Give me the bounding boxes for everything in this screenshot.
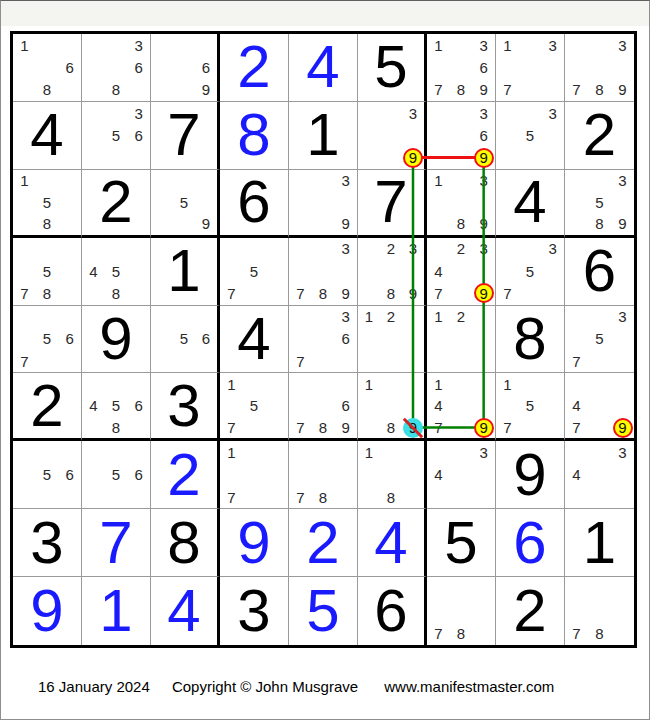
candidate-slot — [565, 170, 588, 192]
footer-website: www.manifestmaster.com — [384, 678, 554, 695]
candidate-slot — [127, 486, 150, 508]
candidate-slot — [402, 260, 424, 282]
candidate-slot — [358, 395, 380, 417]
cell-r9c7[interactable]: 78 — [427, 577, 496, 645]
cell-r8c5[interactable]: 2 — [289, 509, 358, 577]
candidate-slot — [402, 373, 424, 395]
cell-r9c2[interactable]: 1 — [82, 577, 151, 645]
candidate-slot: 8 — [105, 417, 128, 439]
cell-r3c4[interactable]: 6 — [220, 170, 289, 238]
candidate-slot: 2 — [450, 306, 473, 328]
candidate-slot — [450, 56, 473, 78]
candidate-slot: 7 — [220, 417, 243, 439]
candidate-slot — [588, 464, 611, 486]
cell-r5c8[interactable]: 8 — [496, 306, 565, 374]
candidate-slot — [82, 373, 105, 395]
candidate-slot — [312, 373, 335, 395]
candidate-slot: 5 — [588, 328, 611, 350]
candidate-slot — [151, 306, 173, 328]
candidate-slot — [173, 34, 195, 56]
given-digit: 4 — [30, 105, 63, 165]
cell-r9c5[interactable]: 5 — [289, 577, 358, 645]
candidate-slot — [380, 124, 402, 146]
candidate-slot — [450, 464, 473, 486]
candidate-slot: 5 — [173, 328, 195, 350]
candidate-slot — [151, 34, 173, 56]
cell-r8c8[interactable]: 6 — [496, 509, 565, 577]
candidate-slot: 7 — [13, 350, 36, 372]
cell-r4c7[interactable]: 23479 — [427, 238, 496, 306]
cell-r9c3[interactable]: 4 — [151, 577, 220, 645]
candidate-slot: 2 — [380, 306, 402, 328]
candidate-slot: 8 — [450, 622, 473, 645]
sudoku-board: 1683686924513678913737894356781393693521… — [10, 31, 637, 648]
cell-r7c9[interactable]: 34 — [565, 441, 634, 509]
given-digit: 6 — [374, 581, 407, 641]
candidate-slot — [312, 238, 335, 260]
candidate-slot — [312, 213, 335, 235]
pencil-marks: 6789 — [289, 373, 357, 438]
cell-r1c4[interactable]: 2 — [220, 34, 289, 102]
cell-r4c6[interactable]: 2389 — [358, 238, 427, 306]
cell-r2c8[interactable]: 35 — [496, 102, 565, 170]
candidate-slot: 9 — [334, 213, 357, 235]
candidate-slot — [105, 56, 128, 78]
cell-r6c9[interactable]: 479 — [565, 373, 634, 441]
cell-r5c2[interactable]: 9 — [82, 306, 151, 374]
cell-r4c2[interactable]: 458 — [82, 238, 151, 306]
candidate-slot: 5 — [519, 395, 542, 417]
cell-r1c5[interactable]: 4 — [289, 34, 358, 102]
cell-r7c7[interactable]: 34 — [427, 441, 496, 509]
candidate-slot — [13, 191, 36, 213]
candidate-slot: 3 — [611, 306, 634, 328]
pencil-marks: 157 — [496, 373, 564, 438]
candidate-slot — [519, 238, 542, 260]
candidate-slot: 3 — [472, 441, 495, 463]
cell-r3c2[interactable]: 2 — [82, 170, 151, 238]
candidate-slot: 5 — [588, 191, 611, 213]
cell-r4c5[interactable]: 3789 — [289, 238, 358, 306]
candidate-slot — [334, 441, 357, 463]
given-digit: 8 — [513, 309, 546, 369]
candidate-slot — [380, 373, 402, 395]
pencil-marks: 3789 — [289, 238, 357, 305]
footer-copyright: Copyright © John Musgrave — [172, 678, 358, 695]
candidate-slot: 8 — [36, 213, 59, 235]
cell-r8c4[interactable]: 9 — [220, 509, 289, 577]
candidate-slot — [380, 464, 402, 486]
cell-r8c3[interactable]: 8 — [151, 509, 220, 577]
cell-r3c1[interactable]: 158 — [13, 170, 82, 238]
candidate-slot — [588, 486, 611, 508]
candidate-slot — [519, 373, 542, 395]
pencil-marks: 368 — [82, 34, 150, 101]
candidate-slot — [358, 238, 380, 260]
candidate-slot — [312, 306, 335, 328]
candidate-slot — [334, 373, 357, 395]
pencil-marks: 136789 — [427, 34, 495, 101]
candidate-slot: 5 — [519, 260, 542, 282]
cell-r9c9[interactable]: 78 — [565, 577, 634, 645]
candidate-slot — [358, 282, 380, 304]
candidate-slot — [58, 34, 81, 56]
candidate-slot — [334, 486, 357, 508]
cell-r2c3[interactable]: 7 — [151, 102, 220, 170]
candidate-slot — [588, 395, 611, 417]
candidate-slot — [151, 213, 173, 235]
candidate-slot: 1 — [358, 441, 380, 463]
candidate-slot — [127, 441, 150, 463]
candidate-slot — [265, 464, 288, 486]
candidate-slot — [289, 260, 312, 282]
candidate-slot: 2 — [450, 238, 473, 260]
given-digit: 6 — [237, 172, 270, 232]
candidate-slot — [565, 306, 588, 328]
candidate-slot: 7 — [289, 282, 312, 304]
candidate-slot — [289, 306, 312, 328]
cell-r9c6[interactable]: 6 — [358, 577, 427, 645]
candidate-slot — [450, 34, 473, 56]
pencil-marks: 78 — [289, 441, 357, 508]
candidate-slot — [82, 102, 105, 124]
candidate-slot: 3 — [472, 238, 495, 260]
candidate-slot — [173, 170, 195, 192]
candidate-slot — [541, 373, 564, 395]
candidate-slot — [472, 260, 495, 282]
candidate-slot: 6 — [472, 56, 495, 78]
candidate-slot — [265, 373, 288, 395]
candidate-slot — [450, 441, 473, 463]
cell-r5c7[interactable]: 12 — [427, 306, 496, 374]
cell-r7c5[interactable]: 78 — [289, 441, 358, 509]
cell-r7c8[interactable]: 9 — [496, 441, 565, 509]
candidate-slot — [127, 79, 150, 101]
pencil-marks: 17 — [220, 441, 288, 508]
candidate-slot — [519, 79, 542, 101]
candidate-slot — [334, 350, 357, 372]
candidate-slot — [588, 56, 611, 78]
pencil-marks: 12 — [427, 306, 495, 373]
cell-r6c8[interactable]: 157 — [496, 373, 565, 441]
cell-r8c2[interactable]: 7 — [82, 509, 151, 577]
cell-r2c6[interactable]: 39 — [358, 102, 427, 170]
candidate-slot — [472, 622, 495, 645]
candidate-slot — [58, 306, 81, 328]
candidate-slot — [289, 213, 312, 235]
cell-r6c3[interactable]: 3 — [151, 373, 220, 441]
cell-r8c9[interactable]: 1 — [565, 509, 634, 577]
cell-r2c1[interactable]: 4 — [13, 102, 82, 170]
candidate-slot: 9 — [472, 79, 495, 101]
solved-digit: 4 — [167, 581, 200, 641]
cell-r7c2[interactable]: 56 — [82, 441, 151, 509]
candidate-slot — [588, 441, 611, 463]
cell-r6c5[interactable]: 6789 — [289, 373, 358, 441]
candidate-slot: 5 — [36, 191, 59, 213]
candidate-slot — [312, 464, 335, 486]
candidate-slot — [36, 306, 59, 328]
cell-r4c1[interactable]: 578 — [13, 238, 82, 306]
candidate-slot: 6 — [58, 464, 81, 486]
candidate-slot: 3 — [127, 102, 150, 124]
candidate-slot — [151, 328, 173, 350]
candidate-slot — [195, 34, 217, 56]
candidate-slot — [289, 191, 312, 213]
cell-r6c2[interactable]: 4568 — [82, 373, 151, 441]
cell-r6c6[interactable]: 189 — [358, 373, 427, 441]
candidate-slot — [519, 146, 542, 168]
cell-r9c8[interactable]: 2 — [496, 577, 565, 645]
candidate-slot: 3 — [611, 441, 634, 463]
candidate-slot — [427, 328, 450, 350]
candidate-slot: 5 — [36, 464, 59, 486]
cell-r1c1[interactable]: 168 — [13, 34, 82, 102]
candidate-slot — [82, 238, 105, 260]
candidate-slot — [195, 350, 217, 372]
given-digit: 3 — [30, 513, 63, 573]
candidate-slot — [82, 79, 105, 101]
cell-r3c5[interactable]: 39 — [289, 170, 358, 238]
candidate-slot: 5 — [105, 260, 128, 282]
candidate-slot — [58, 282, 81, 304]
candidate-slot: 7 — [427, 79, 450, 101]
cell-r5c3[interactable]: 56 — [151, 306, 220, 374]
candidate-slot — [472, 395, 495, 417]
candidate-slot: 4 — [565, 464, 588, 486]
cell-r1c7[interactable]: 136789 — [427, 34, 496, 102]
candidate-slot: 4 — [427, 395, 450, 417]
candidate-slot — [496, 395, 519, 417]
candidate-slot: 7 — [427, 417, 450, 439]
cell-r5c6[interactable]: 12 — [358, 306, 427, 374]
cell-r5c1[interactable]: 567 — [13, 306, 82, 374]
candidate-slot — [565, 577, 588, 600]
candidate-slot — [611, 191, 634, 213]
candidate-slot — [127, 260, 150, 282]
candidate-slot — [358, 124, 380, 146]
given-digit: 1 — [583, 513, 616, 573]
cell-r4c4[interactable]: 57 — [220, 238, 289, 306]
candidate-slot — [496, 124, 519, 146]
pencil-marks: 157 — [220, 373, 288, 438]
pencil-marks: 23479 — [427, 238, 495, 305]
cell-r9c4[interactable]: 3 — [220, 577, 289, 645]
cell-r3c8[interactable]: 4 — [496, 170, 565, 238]
cell-r8c7[interactable]: 5 — [427, 509, 496, 577]
solved-digit: 2 — [306, 513, 339, 573]
pencil-marks: 56 — [82, 441, 150, 508]
candidate-slot — [173, 306, 195, 328]
pencil-marks: 18 — [358, 441, 424, 508]
candidate-slot — [472, 191, 495, 213]
candidate-slot: 3 — [334, 306, 357, 328]
solved-digit: 4 — [374, 513, 407, 573]
pencil-marks: 39 — [358, 102, 424, 169]
cell-r9c1[interactable]: 9 — [13, 577, 82, 645]
cell-r1c2[interactable]: 368 — [82, 34, 151, 102]
cell-r2c9[interactable]: 2 — [565, 102, 634, 170]
candidate-slot: 3 — [541, 102, 564, 124]
candidate-slot — [519, 34, 542, 56]
candidate-slot — [243, 238, 266, 260]
candidate-slot — [541, 282, 564, 304]
candidate-slot — [541, 395, 564, 417]
candidate-slot: 2 — [380, 238, 402, 260]
candidate-slot — [58, 213, 81, 235]
pencil-marks: 78 — [565, 577, 634, 645]
candidate-slot: 5 — [105, 124, 128, 146]
candidate-slot: 3 — [611, 34, 634, 56]
candidate-slot: 9 — [472, 417, 495, 439]
chain-node-candidate: 9 — [474, 148, 494, 168]
candidate-slot: 9 — [402, 417, 424, 439]
pencil-marks: 168 — [13, 34, 81, 101]
cell-r6c1[interactable]: 2 — [13, 373, 82, 441]
candidate-slot — [588, 306, 611, 328]
candidate-slot — [427, 191, 450, 213]
candidate-slot: 1 — [358, 373, 380, 395]
given-digit: 4 — [237, 309, 270, 369]
pencil-marks: 12 — [358, 306, 424, 373]
pencil-marks: 158 — [13, 170, 81, 235]
cell-r2c7[interactable]: 369 — [427, 102, 496, 170]
cell-r7c1[interactable]: 56 — [13, 441, 82, 509]
pencil-marks: 57 — [220, 238, 288, 305]
candidate-slot — [380, 441, 402, 463]
candidate-slot — [173, 79, 195, 101]
candidate-slot: 7 — [565, 79, 588, 101]
pencil-marks: 2389 — [358, 238, 424, 305]
candidate-slot — [58, 260, 81, 282]
candidate-slot: 9 — [195, 79, 217, 101]
cell-r6c7[interactable]: 1479 — [427, 373, 496, 441]
cell-r3c6[interactable]: 7 — [358, 170, 427, 238]
candidate-slot: 7 — [220, 486, 243, 508]
cell-r1c3[interactable]: 69 — [151, 34, 220, 102]
candidate-slot — [312, 170, 335, 192]
candidate-slot — [496, 238, 519, 260]
pencil-marks: 578 — [13, 238, 81, 305]
cell-r4c9[interactable]: 6 — [565, 238, 634, 306]
candidate-slot: 3 — [334, 170, 357, 192]
cell-r7c4[interactable]: 17 — [220, 441, 289, 509]
cell-r1c9[interactable]: 3789 — [565, 34, 634, 102]
cell-r3c9[interactable]: 3589 — [565, 170, 634, 238]
candidate-slot — [519, 417, 542, 439]
candidate-slot — [105, 238, 128, 260]
candidate-slot — [36, 486, 59, 508]
candidate-slot — [611, 464, 634, 486]
candidate-slot — [13, 464, 36, 486]
candidate-slot — [380, 146, 402, 168]
cell-r4c3[interactable]: 1 — [151, 238, 220, 306]
cell-r4c8[interactable]: 357 — [496, 238, 565, 306]
candidate-slot — [265, 238, 288, 260]
candidate-slot: 3 — [402, 238, 424, 260]
cell-r8c1[interactable]: 3 — [13, 509, 82, 577]
page: 1683686924513678913737894356781393693521… — [0, 0, 650, 720]
candidate-slot: 4 — [427, 260, 450, 282]
cell-r2c5[interactable]: 1 — [289, 102, 358, 170]
candidate-slot — [289, 328, 312, 350]
cell-r1c8[interactable]: 137 — [496, 34, 565, 102]
cell-r2c4[interactable]: 8 — [220, 102, 289, 170]
candidate-slot: 8 — [450, 213, 473, 235]
given-digit: 2 — [99, 172, 132, 232]
candidate-slot: 6 — [334, 328, 357, 350]
cell-r7c6[interactable]: 18 — [358, 441, 427, 509]
cell-r7c3[interactable]: 2 — [151, 441, 220, 509]
candidate-slot: 7 — [289, 417, 312, 439]
candidate-slot — [427, 441, 450, 463]
candidate-slot — [220, 395, 243, 417]
cell-r1c6[interactable]: 5 — [358, 34, 427, 102]
candidate-slot: 3 — [611, 170, 634, 192]
pencil-marks: 3789 — [565, 34, 634, 101]
candidate-slot — [195, 306, 217, 328]
cell-r8c6[interactable]: 4 — [358, 509, 427, 577]
candidate-slot — [243, 464, 266, 486]
pencil-marks: 34 — [565, 441, 634, 508]
candidate-slot — [358, 260, 380, 282]
pencil-marks: 458 — [82, 238, 150, 305]
candidate-slot — [289, 170, 312, 192]
candidate-slot — [36, 56, 59, 78]
candidate-slot — [105, 441, 128, 463]
candidate-slot: 9 — [402, 146, 424, 168]
pencil-marks: 357 — [565, 306, 634, 373]
candidate-slot — [380, 395, 402, 417]
candidate-slot: 3 — [472, 170, 495, 192]
candidate-slot — [105, 102, 128, 124]
candidate-slot — [496, 146, 519, 168]
candidate-slot — [472, 306, 495, 328]
candidate-slot — [13, 260, 36, 282]
cell-r3c3[interactable]: 59 — [151, 170, 220, 238]
candidate-slot — [427, 238, 450, 260]
given-digit: 9 — [99, 309, 132, 369]
given-digit: 1 — [306, 105, 339, 165]
candidate-slot — [588, 170, 611, 192]
cell-r6c4[interactable]: 157 — [220, 373, 289, 441]
candidate-slot — [36, 350, 59, 372]
candidate-slot — [82, 124, 105, 146]
cell-r3c7[interactable]: 1389 — [427, 170, 496, 238]
candidate-slot — [402, 306, 424, 328]
pencil-marks: 356 — [82, 102, 150, 169]
candidate-slot — [358, 102, 380, 124]
candidate-slot — [450, 373, 473, 395]
candidate-slot — [611, 350, 634, 372]
candidate-slot — [127, 373, 150, 395]
candidate-slot — [519, 102, 542, 124]
candidate-slot: 8 — [588, 79, 611, 101]
candidate-slot — [13, 79, 36, 101]
candidate-slot — [13, 238, 36, 260]
cell-r2c2[interactable]: 356 — [82, 102, 151, 170]
candidate-slot: 8 — [588, 213, 611, 235]
cell-r5c5[interactable]: 367 — [289, 306, 358, 374]
pencil-marks: 369 — [427, 102, 495, 169]
candidate-slot: 8 — [380, 417, 402, 439]
candidate-slot — [265, 486, 288, 508]
cell-r5c4[interactable]: 4 — [220, 306, 289, 374]
cell-r5c9[interactable]: 357 — [565, 306, 634, 374]
candidate-slot — [334, 191, 357, 213]
candidate-slot — [402, 486, 424, 508]
candidate-slot: 5 — [243, 260, 266, 282]
